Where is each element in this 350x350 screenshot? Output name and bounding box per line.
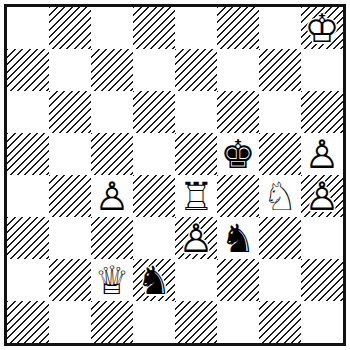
square-a3[interactable] bbox=[7, 217, 49, 259]
square-d2[interactable]: ♞ bbox=[133, 259, 175, 301]
square-h5[interactable]: ♟♙ bbox=[301, 133, 343, 175]
square-d7[interactable] bbox=[133, 49, 175, 91]
black-king-icon: ♚ bbox=[217, 133, 259, 175]
square-d6[interactable] bbox=[133, 91, 175, 133]
white-pawn-outline-icon: ♙ bbox=[301, 133, 343, 175]
square-f8[interactable] bbox=[217, 7, 259, 49]
square-e7[interactable] bbox=[175, 49, 217, 91]
square-e1[interactable] bbox=[175, 301, 217, 343]
square-g2[interactable] bbox=[259, 259, 301, 301]
square-f2[interactable] bbox=[217, 259, 259, 301]
square-d5[interactable] bbox=[133, 133, 175, 175]
square-f5[interactable]: ♚ bbox=[217, 133, 259, 175]
square-c4[interactable]: ♟♙ bbox=[91, 175, 133, 217]
square-h3[interactable] bbox=[301, 217, 343, 259]
piece-white-knight: ♞♘ bbox=[259, 175, 301, 217]
square-g5[interactable] bbox=[259, 133, 301, 175]
square-e3[interactable]: ♟♙ bbox=[175, 217, 217, 259]
square-a2[interactable] bbox=[7, 259, 49, 301]
black-knight-icon: ♞ bbox=[217, 217, 259, 259]
square-c8[interactable] bbox=[91, 7, 133, 49]
white-pawn-outline-icon: ♙ bbox=[301, 175, 343, 217]
square-c6[interactable] bbox=[91, 91, 133, 133]
piece-black-knight: ♞ bbox=[133, 259, 175, 301]
white-pawn-outline-icon: ♙ bbox=[175, 217, 217, 259]
chess-board: ♚♔♚♟♙♟♙♜♖♞♘♟♙♟♙♞♛♕♞ bbox=[7, 7, 343, 343]
white-queen-outline-icon: ♕ bbox=[91, 259, 133, 301]
square-f6[interactable] bbox=[217, 91, 259, 133]
square-a7[interactable] bbox=[7, 49, 49, 91]
piece-black-king: ♚ bbox=[217, 133, 259, 175]
piece-white-pawn: ♟♙ bbox=[91, 175, 133, 217]
square-h8[interactable]: ♚♔ bbox=[301, 7, 343, 49]
square-g6[interactable] bbox=[259, 91, 301, 133]
square-b1[interactable] bbox=[49, 301, 91, 343]
white-king-outline-icon: ♔ bbox=[301, 7, 343, 49]
square-e6[interactable] bbox=[175, 91, 217, 133]
piece-white-rook: ♜♖ bbox=[175, 175, 217, 217]
square-b8[interactable] bbox=[49, 7, 91, 49]
square-c2[interactable]: ♛♕ bbox=[91, 259, 133, 301]
square-f7[interactable] bbox=[217, 49, 259, 91]
square-c1[interactable] bbox=[91, 301, 133, 343]
square-a5[interactable] bbox=[7, 133, 49, 175]
piece-black-knight: ♞ bbox=[217, 217, 259, 259]
square-f4[interactable] bbox=[217, 175, 259, 217]
square-g1[interactable] bbox=[259, 301, 301, 343]
square-d4[interactable] bbox=[133, 175, 175, 217]
square-b2[interactable] bbox=[49, 259, 91, 301]
square-e4[interactable]: ♜♖ bbox=[175, 175, 217, 217]
square-h1[interactable] bbox=[301, 301, 343, 343]
square-h2[interactable] bbox=[301, 259, 343, 301]
square-a6[interactable] bbox=[7, 91, 49, 133]
square-b5[interactable] bbox=[49, 133, 91, 175]
square-b7[interactable] bbox=[49, 49, 91, 91]
square-b4[interactable] bbox=[49, 175, 91, 217]
square-g4[interactable]: ♞♘ bbox=[259, 175, 301, 217]
square-g7[interactable] bbox=[259, 49, 301, 91]
square-f1[interactable] bbox=[217, 301, 259, 343]
board-frame: ♚♔♚♟♙♟♙♜♖♞♘♟♙♟♙♞♛♕♞ bbox=[4, 4, 346, 346]
square-e2[interactable] bbox=[175, 259, 217, 301]
square-e5[interactable] bbox=[175, 133, 217, 175]
square-g3[interactable] bbox=[259, 217, 301, 259]
square-a1[interactable] bbox=[7, 301, 49, 343]
square-d3[interactable] bbox=[133, 217, 175, 259]
square-d1[interactable] bbox=[133, 301, 175, 343]
square-c7[interactable] bbox=[91, 49, 133, 91]
square-b3[interactable] bbox=[49, 217, 91, 259]
square-b6[interactable] bbox=[49, 91, 91, 133]
piece-white-pawn: ♟♙ bbox=[175, 217, 217, 259]
piece-white-king: ♚♔ bbox=[301, 7, 343, 49]
square-h6[interactable] bbox=[301, 91, 343, 133]
piece-white-queen: ♛♕ bbox=[91, 259, 133, 301]
square-f3[interactable]: ♞ bbox=[217, 217, 259, 259]
square-h4[interactable]: ♟♙ bbox=[301, 175, 343, 217]
white-rook-outline-icon: ♖ bbox=[175, 175, 217, 217]
square-a4[interactable] bbox=[7, 175, 49, 217]
square-c3[interactable] bbox=[91, 217, 133, 259]
white-pawn-outline-icon: ♙ bbox=[91, 175, 133, 217]
square-c5[interactable] bbox=[91, 133, 133, 175]
square-e8[interactable] bbox=[175, 7, 217, 49]
piece-white-pawn: ♟♙ bbox=[301, 175, 343, 217]
square-a8[interactable] bbox=[7, 7, 49, 49]
square-g8[interactable] bbox=[259, 7, 301, 49]
square-h7[interactable] bbox=[301, 49, 343, 91]
piece-white-pawn: ♟♙ bbox=[301, 133, 343, 175]
white-knight-outline-icon: ♘ bbox=[259, 175, 301, 217]
square-d8[interactable] bbox=[133, 7, 175, 49]
black-knight-icon: ♞ bbox=[133, 259, 175, 301]
